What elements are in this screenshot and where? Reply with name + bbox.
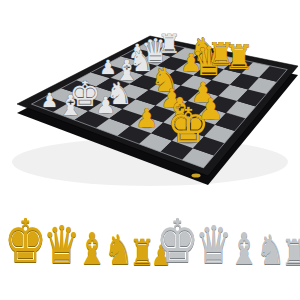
silver-pieces-row: ♚♛♝♞♜♟ [156,213,300,270]
board-piece-gold-rook: ♜ [224,38,254,77]
tray-piece-gold-king: ♚ [4,213,47,270]
front-emblem [192,174,201,178]
gold-pieces-row: ♚♛♝♞♜♟ [4,213,167,270]
board-piece-silver-knight: ♞ [105,76,132,111]
board-piece-silver-pawn: ♟ [41,89,58,112]
board-piece-silver-rook: ♜ [158,29,181,59]
tray-piece-gold-queen: ♛ [43,221,80,270]
board-piece-gold-pawn: ♟ [135,103,158,133]
board-piece-gold-pawn: ♟ [198,92,224,126]
tray-piece-silver-king: ♚ [156,213,199,270]
chess-set-product-photo: ♟♟♟♝♚♝♞♛♜♟♞♞♟♞♟♟♛♜♝♟♜♚♟ ♚♛♝♞♜♟ ♚♛♝♞♜♟ [0,0,300,300]
tray-piece-silver-queen: ♛ [195,221,232,270]
tray-piece-silver-rook: ♜ [281,236,300,270]
